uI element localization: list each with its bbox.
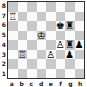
square-d2[interactable] [37,59,47,69]
square-d6[interactable] [37,21,47,31]
rank-label-1: 1 [0,69,7,79]
square-a2[interactable] [8,59,18,69]
rank-label-2: 2 [0,60,7,70]
square-c4[interactable] [27,40,37,50]
file-label-d: d [36,80,46,87]
black-pawn[interactable]: ♟ [65,50,74,60]
file-label-a: a [7,80,17,87]
square-a6[interactable] [8,21,18,31]
rank-label-8: 8 [0,1,7,11]
square-b6[interactable] [18,21,28,31]
square-b2[interactable] [18,59,28,69]
square-f7[interactable] [56,12,66,22]
square-a3[interactable] [8,50,18,60]
square-a1[interactable] [8,69,18,79]
rank-label-7: 7 [0,11,7,21]
square-d8[interactable] [37,2,47,12]
chess-board: ♖♚♜♔♙♜♟♖♙♟ [7,1,85,79]
square-g4[interactable]: ♜ [65,40,75,50]
square-f5[interactable] [56,31,66,41]
square-e5[interactable] [46,31,56,41]
square-f8[interactable] [56,2,66,12]
square-b5[interactable] [18,31,28,41]
square-g2[interactable] [65,59,75,69]
rank-label-6: 6 [0,21,7,31]
square-a4[interactable] [8,40,18,50]
square-f6[interactable]: ♚ [56,21,66,31]
square-e8[interactable] [46,2,56,12]
square-d1[interactable] [37,69,47,79]
square-g5[interactable] [65,31,75,41]
file-label-e: e [46,80,56,87]
square-a7[interactable]: ♖ [8,12,18,22]
square-d7[interactable] [37,12,47,22]
square-h2[interactable] [75,59,85,69]
square-a5[interactable] [8,31,18,41]
file-label-h: h [75,80,85,87]
black-king[interactable]: ♚ [56,21,65,31]
square-b1[interactable] [18,69,28,79]
square-d3[interactable] [37,50,47,60]
square-h4[interactable]: ♟ [75,40,85,50]
file-label-g: g [66,80,76,87]
white-pawn[interactable]: ♙ [46,50,55,60]
file-label-c: c [27,80,37,87]
square-c1[interactable] [27,69,37,79]
square-g1[interactable] [65,69,75,79]
white-rook[interactable]: ♖ [8,12,17,22]
square-c2[interactable] [27,59,37,69]
square-h1[interactable] [75,69,85,79]
square-b7[interactable] [18,12,28,22]
white-king[interactable]: ♔ [37,31,46,41]
rank-label-4: 4 [0,40,7,50]
square-e7[interactable] [46,12,56,22]
square-e2[interactable] [46,59,56,69]
square-e1[interactable] [46,69,56,79]
rank-label-3: 3 [0,50,7,60]
black-rook[interactable]: ♜ [65,40,74,50]
rank-label-5: 5 [0,30,7,40]
square-e3[interactable]: ♙ [46,50,56,60]
file-label-b: b [17,80,27,87]
rank-labels: 87654321 [0,1,7,79]
square-f2[interactable] [56,59,66,69]
white-pawn[interactable]: ♙ [56,40,65,50]
square-f1[interactable] [56,69,66,79]
square-c5[interactable] [27,31,37,41]
square-c7[interactable] [27,12,37,22]
square-b4[interactable] [18,40,28,50]
file-labels: abcdefgh [7,80,85,87]
square-h7[interactable] [75,12,85,22]
square-b8[interactable] [18,2,28,12]
square-d4[interactable] [37,40,47,50]
black-pawn[interactable]: ♟ [75,40,84,50]
file-label-f: f [56,80,66,87]
square-h3[interactable] [75,50,85,60]
square-g7[interactable] [65,12,75,22]
square-g6[interactable]: ♜ [65,21,75,31]
square-c6[interactable] [27,21,37,31]
square-g8[interactable] [65,2,75,12]
square-a8[interactable] [8,2,18,12]
square-d5[interactable]: ♔ [37,31,47,41]
square-f3[interactable] [56,50,66,60]
square-b3[interactable]: ♖ [18,50,28,60]
square-h8[interactable] [75,2,85,12]
chess-diagram: 87654321 ♖♚♜♔♙♜♟♖♙♟ abcdefgh [0,0,87,87]
square-h6[interactable] [75,21,85,31]
square-c3[interactable] [27,50,37,60]
square-e6[interactable] [46,21,56,31]
white-rook[interactable]: ♖ [18,50,27,60]
black-rook[interactable]: ♜ [65,21,74,31]
square-g3[interactable]: ♟ [65,50,75,60]
square-f4[interactable]: ♙ [56,40,66,50]
square-e4[interactable] [46,40,56,50]
square-h5[interactable] [75,31,85,41]
square-c8[interactable] [27,2,37,12]
